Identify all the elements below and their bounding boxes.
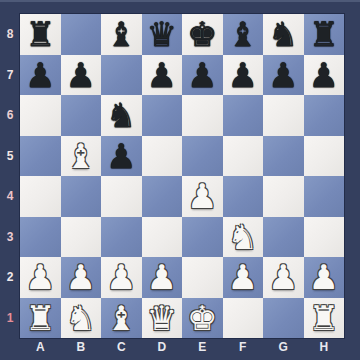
file-label-g: G	[263, 338, 304, 358]
piece-black-pawn: ♟	[25, 55, 55, 95]
piece-white-queen: ♛	[147, 298, 177, 338]
square-h5[interactable]	[304, 136, 345, 177]
square-f7[interactable]: ♟	[223, 55, 264, 96]
file-label-b: B	[61, 338, 102, 358]
square-c7[interactable]	[101, 55, 142, 96]
piece-black-pawn: ♟	[309, 55, 339, 95]
piece-white-bishop: ♝	[66, 136, 96, 176]
file-label-e: E	[182, 338, 223, 358]
piece-black-pawn: ♟	[187, 55, 217, 95]
piece-white-pawn: ♟	[147, 257, 177, 297]
rank-label-1: 1	[0, 298, 20, 339]
rank-label-3: 3	[0, 217, 20, 258]
chess-board: ♜♝♛♚♝♞♜♟♟♟♟♟♟♟♞♝♟♟♞♟♟♟♟♟♟♟♜♞♝♛♚♜	[20, 14, 344, 338]
square-e5[interactable]	[182, 136, 223, 177]
square-h6[interactable]	[304, 95, 345, 136]
square-d3[interactable]	[142, 217, 183, 258]
piece-white-pawn: ♟	[228, 257, 258, 297]
square-d5[interactable]	[142, 136, 183, 177]
square-b1[interactable]: ♞	[61, 298, 102, 339]
square-b5[interactable]: ♝	[61, 136, 102, 177]
piece-white-pawn: ♟	[25, 257, 55, 297]
rank-label-7: 7	[0, 55, 20, 96]
chess-diagram: 87654321 ♜♝♛♚♝♞♜♟♟♟♟♟♟♟♞♝♟♟♞♟♟♟♟♟♟♟♜♞♝♛♚…	[0, 0, 360, 360]
piece-black-knight: ♞	[106, 95, 136, 135]
piece-black-pawn: ♟	[66, 55, 96, 95]
square-g5[interactable]	[263, 136, 304, 177]
piece-black-pawn: ♟	[268, 55, 298, 95]
piece-black-queen: ♛	[147, 14, 177, 54]
piece-black-king: ♚	[187, 14, 217, 54]
square-e3[interactable]	[182, 217, 223, 258]
square-f4[interactable]	[223, 176, 264, 217]
square-f3[interactable]: ♞	[223, 217, 264, 258]
square-h8[interactable]: ♜	[304, 14, 345, 55]
square-a1[interactable]: ♜	[20, 298, 61, 339]
square-b4[interactable]	[61, 176, 102, 217]
square-g8[interactable]: ♞	[263, 14, 304, 55]
piece-white-pawn: ♟	[66, 257, 96, 297]
square-a2[interactable]: ♟	[20, 257, 61, 298]
piece-black-bishop: ♝	[228, 14, 258, 54]
rank-labels: 87654321	[0, 14, 20, 338]
square-e4[interactable]: ♟	[182, 176, 223, 217]
square-h2[interactable]: ♟	[304, 257, 345, 298]
square-h1[interactable]: ♜	[304, 298, 345, 339]
piece-black-pawn: ♟	[106, 136, 136, 176]
piece-white-pawn: ♟	[106, 257, 136, 297]
square-a5[interactable]	[20, 136, 61, 177]
square-b2[interactable]: ♟	[61, 257, 102, 298]
square-e2[interactable]	[182, 257, 223, 298]
square-d7[interactable]: ♟	[142, 55, 183, 96]
rank-label-5: 5	[0, 136, 20, 177]
square-c3[interactable]	[101, 217, 142, 258]
square-b3[interactable]	[61, 217, 102, 258]
square-g4[interactable]	[263, 176, 304, 217]
square-a3[interactable]	[20, 217, 61, 258]
piece-white-rook: ♜	[25, 298, 55, 338]
square-d6[interactable]	[142, 95, 183, 136]
piece-black-bishop: ♝	[106, 14, 136, 54]
square-e7[interactable]: ♟	[182, 55, 223, 96]
square-d2[interactable]: ♟	[142, 257, 183, 298]
square-c5[interactable]: ♟	[101, 136, 142, 177]
square-d1[interactable]: ♛	[142, 298, 183, 339]
square-a6[interactable]	[20, 95, 61, 136]
square-f1[interactable]	[223, 298, 264, 339]
square-e1[interactable]: ♚	[182, 298, 223, 339]
square-c1[interactable]: ♝	[101, 298, 142, 339]
square-c2[interactable]: ♟	[101, 257, 142, 298]
square-b8[interactable]	[61, 14, 102, 55]
file-label-f: F	[223, 338, 264, 358]
piece-black-pawn: ♟	[228, 55, 258, 95]
file-label-d: D	[142, 338, 183, 358]
square-f2[interactable]: ♟	[223, 257, 264, 298]
square-e8[interactable]: ♚	[182, 14, 223, 55]
rank-label-6: 6	[0, 95, 20, 136]
piece-white-king: ♚	[187, 298, 217, 338]
rank-label-4: 4	[0, 176, 20, 217]
piece-black-knight: ♞	[268, 14, 298, 54]
square-h3[interactable]	[304, 217, 345, 258]
square-a4[interactable]	[20, 176, 61, 217]
rank-label-2: 2	[0, 257, 20, 298]
piece-black-rook: ♜	[309, 14, 339, 54]
border-highlight-line	[0, 0, 360, 2]
square-d8[interactable]: ♛	[142, 14, 183, 55]
piece-black-pawn: ♟	[147, 55, 177, 95]
file-label-a: A	[20, 338, 61, 358]
file-labels: ABCDEFGH	[20, 338, 344, 358]
square-g6[interactable]	[263, 95, 304, 136]
square-f6[interactable]	[223, 95, 264, 136]
square-b6[interactable]	[61, 95, 102, 136]
square-h7[interactable]: ♟	[304, 55, 345, 96]
square-c4[interactable]	[101, 176, 142, 217]
square-g3[interactable]	[263, 217, 304, 258]
square-b7[interactable]: ♟	[61, 55, 102, 96]
square-f5[interactable]	[223, 136, 264, 177]
piece-white-rook: ♜	[309, 298, 339, 338]
file-label-c: C	[101, 338, 142, 358]
rank-label-8: 8	[0, 14, 20, 55]
square-h4[interactable]	[304, 176, 345, 217]
square-a8[interactable]: ♜	[20, 14, 61, 55]
piece-white-bishop: ♝	[106, 298, 136, 338]
square-f8[interactable]: ♝	[223, 14, 264, 55]
file-label-h: H	[304, 338, 345, 358]
piece-white-knight: ♞	[228, 217, 258, 257]
square-e6[interactable]	[182, 95, 223, 136]
square-a7[interactable]: ♟	[20, 55, 61, 96]
square-c8[interactable]: ♝	[101, 14, 142, 55]
square-g1[interactable]	[263, 298, 304, 339]
square-g2[interactable]: ♟	[263, 257, 304, 298]
piece-white-pawn: ♟	[187, 176, 217, 216]
piece-white-pawn: ♟	[309, 257, 339, 297]
piece-black-rook: ♜	[25, 14, 55, 54]
square-g7[interactable]: ♟	[263, 55, 304, 96]
piece-white-knight: ♞	[66, 298, 96, 338]
square-d4[interactable]	[142, 176, 183, 217]
piece-white-pawn: ♟	[268, 257, 298, 297]
square-c6[interactable]: ♞	[101, 95, 142, 136]
